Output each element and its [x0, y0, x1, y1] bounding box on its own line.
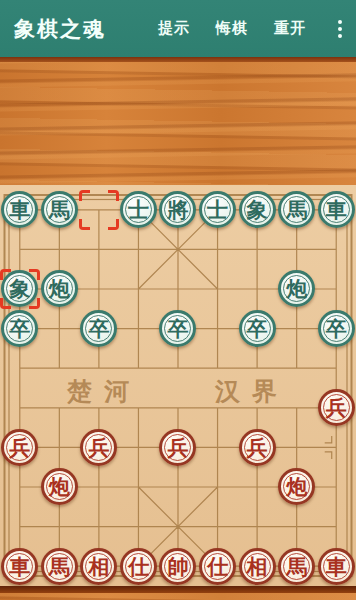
app-bar: 象棋之魂 提示 悔棋 重开: [0, 0, 356, 57]
point-d9[interactable]: 士: [119, 190, 159, 230]
point-f6[interactable]: [198, 309, 238, 349]
piece-black-elephant[interactable]: 象: [239, 191, 276, 228]
piece-glyph: 象: [247, 199, 268, 220]
point-a6[interactable]: 卒: [0, 309, 40, 349]
piece-glyph: 卒: [247, 318, 268, 339]
xiangqi-board[interactable]: 楚河 汉界 車馬士將士象馬車象炮炮卒卒卒卒卒兵兵兵兵兵炮炮車馬相仕帥仕相馬車 5…: [0, 185, 356, 586]
piece-glyph: 將: [167, 199, 188, 220]
app-title: 象棋之魂: [14, 15, 106, 43]
piece-glyph: 馬: [286, 199, 307, 220]
point-a3[interactable]: 兵: [0, 428, 40, 468]
point-b7[interactable]: 炮: [40, 269, 80, 309]
piece-red-horse[interactable]: 馬: [41, 548, 78, 585]
piece-red-elephant[interactable]: 相: [80, 548, 117, 585]
point-f4[interactable]: [198, 388, 238, 428]
point-h5[interactable]: [277, 348, 317, 388]
piece-red-elephant[interactable]: 相: [239, 548, 276, 585]
point-h7[interactable]: 炮: [277, 269, 317, 309]
point-g8[interactable]: [237, 230, 277, 270]
point-d5[interactable]: [119, 348, 159, 388]
piece-glyph: 仕: [207, 556, 228, 577]
pieces-layer: 車馬士將士象馬車象炮炮卒卒卒卒卒兵兵兵兵兵炮炮車馬相仕帥仕相馬車: [0, 190, 356, 586]
point-b8[interactable]: [40, 230, 80, 270]
piece-red-rook[interactable]: 車: [318, 548, 355, 585]
point-i5[interactable]: [316, 348, 356, 388]
point-b3[interactable]: [40, 428, 80, 468]
piece-glyph: 車: [326, 199, 347, 220]
point-b9[interactable]: 馬: [40, 190, 80, 230]
point-a4[interactable]: [0, 388, 40, 428]
piece-black-soldier[interactable]: 卒: [1, 310, 38, 347]
piece-glyph: 象: [9, 278, 30, 299]
point-c5[interactable]: [79, 348, 119, 388]
app-bar-actions: 提示 悔棋 重开: [158, 16, 348, 42]
point-i9[interactable]: 車: [316, 190, 356, 230]
overflow-menu-icon[interactable]: [332, 16, 348, 42]
piece-glyph: 卒: [167, 318, 188, 339]
point-c3[interactable]: 兵: [79, 428, 119, 468]
piece-red-advisor[interactable]: 仕: [120, 548, 157, 585]
point-g4[interactable]: [237, 388, 277, 428]
hint-button[interactable]: 提示: [158, 19, 190, 38]
point-c4[interactable]: [79, 388, 119, 428]
piece-glyph: 卒: [88, 318, 109, 339]
piece-red-soldier[interactable]: 兵: [1, 429, 38, 466]
point-i1[interactable]: [316, 507, 356, 547]
piece-red-soldier[interactable]: 兵: [239, 429, 276, 466]
piece-glyph: 馬: [49, 199, 70, 220]
piece-black-horse[interactable]: 馬: [41, 191, 78, 228]
piece-glyph: 卒: [9, 318, 30, 339]
piece-glyph: 炮: [49, 476, 70, 497]
piece-red-rook[interactable]: 車: [1, 548, 38, 585]
piece-red-horse[interactable]: 馬: [278, 548, 315, 585]
piece-glyph: 炮: [286, 278, 307, 299]
piece-glyph: 兵: [247, 437, 268, 458]
point-e5[interactable]: [158, 348, 198, 388]
point-b0[interactable]: 馬: [40, 546, 80, 586]
piece-red-general[interactable]: 帥: [159, 548, 196, 585]
point-h1[interactable]: [277, 507, 317, 547]
point-a0[interactable]: 車: [0, 546, 40, 586]
point-c7[interactable]: [79, 269, 119, 309]
point-h4[interactable]: [277, 388, 317, 428]
piece-black-soldier[interactable]: 卒: [239, 310, 276, 347]
piece-glyph: 兵: [326, 397, 347, 418]
point-f5[interactable]: [198, 348, 238, 388]
piece-black-soldier[interactable]: 卒: [80, 310, 117, 347]
point-d4[interactable]: [119, 388, 159, 428]
point-c1[interactable]: [79, 507, 119, 547]
piece-red-soldier[interactable]: 兵: [80, 429, 117, 466]
point-a2[interactable]: [0, 467, 40, 507]
point-e3[interactable]: 兵: [158, 428, 198, 468]
piece-glyph: 炮: [286, 476, 307, 497]
piece-red-cannon[interactable]: 炮: [41, 468, 78, 505]
point-g9[interactable]: 象: [237, 190, 277, 230]
point-a7[interactable]: 象: [0, 269, 40, 309]
undo-button[interactable]: 悔棋: [216, 19, 248, 38]
piece-black-cannon[interactable]: 炮: [41, 270, 78, 307]
point-f0[interactable]: 仕: [198, 546, 238, 586]
point-b2[interactable]: 炮: [40, 467, 80, 507]
point-i6[interactable]: 卒: [316, 309, 356, 349]
piece-red-soldier[interactable]: 兵: [318, 389, 355, 426]
piece-glyph: 馬: [286, 556, 307, 577]
board-bottom-edge: [0, 586, 356, 593]
piece-glyph: 帥: [167, 556, 188, 577]
piece-black-cannon[interactable]: 炮: [278, 270, 315, 307]
piece-glyph: 車: [9, 556, 30, 577]
point-e1[interactable]: [158, 507, 198, 547]
point-a9[interactable]: 車: [0, 190, 40, 230]
point-c0[interactable]: 相: [79, 546, 119, 586]
piece-glyph: 馬: [49, 556, 70, 577]
piece-black-rook[interactable]: 車: [1, 191, 38, 228]
piece-glyph: 兵: [167, 437, 188, 458]
piece-glyph: 相: [247, 556, 268, 577]
piece-black-advisor[interactable]: 士: [199, 191, 236, 228]
piece-black-soldier[interactable]: 卒: [159, 310, 196, 347]
point-a8[interactable]: [0, 230, 40, 270]
point-g5[interactable]: [237, 348, 277, 388]
point-d6[interactable]: [119, 309, 159, 349]
point-f9[interactable]: 士: [198, 190, 238, 230]
piece-glyph: 卒: [326, 318, 347, 339]
point-d8[interactable]: [119, 230, 159, 270]
point-i4[interactable]: 兵: [316, 388, 356, 428]
point-e9[interactable]: 將: [158, 190, 198, 230]
point-b6[interactable]: [40, 309, 80, 349]
point-e6[interactable]: 卒: [158, 309, 198, 349]
piece-black-horse[interactable]: 馬: [278, 191, 315, 228]
point-h2[interactable]: 炮: [277, 467, 317, 507]
piece-glyph: 士: [207, 199, 228, 220]
point-g3[interactable]: 兵: [237, 428, 277, 468]
piece-glyph: 仕: [128, 556, 149, 577]
point-f2[interactable]: [198, 467, 238, 507]
point-g6[interactable]: 卒: [237, 309, 277, 349]
piece-glyph: 相: [88, 556, 109, 577]
piece-black-soldier[interactable]: 卒: [318, 310, 355, 347]
point-g0[interactable]: 相: [237, 546, 277, 586]
point-f3[interactable]: [198, 428, 238, 468]
point-h0[interactable]: 馬: [277, 546, 317, 586]
point-d7[interactable]: [119, 269, 159, 309]
point-c2[interactable]: [79, 467, 119, 507]
point-f8[interactable]: [198, 230, 238, 270]
point-c9[interactable]: [79, 190, 119, 230]
point-d0[interactable]: 仕: [119, 546, 159, 586]
piece-red-cannon[interactable]: 炮: [278, 468, 315, 505]
piece-black-elephant[interactable]: 象: [1, 270, 38, 307]
point-a1[interactable]: [0, 507, 40, 547]
point-b5[interactable]: [40, 348, 80, 388]
restart-button[interactable]: 重开: [274, 19, 306, 38]
point-f7[interactable]: [198, 269, 238, 309]
point-e8[interactable]: [158, 230, 198, 270]
piece-glyph: 兵: [88, 437, 109, 458]
piece-glyph: 兵: [9, 437, 30, 458]
point-g1[interactable]: [237, 507, 277, 547]
point-h9[interactable]: 馬: [277, 190, 317, 230]
point-f1[interactable]: [198, 507, 238, 547]
point-a5[interactable]: [0, 348, 40, 388]
piece-glyph: 士: [128, 199, 149, 220]
point-e0[interactable]: 帥: [158, 546, 198, 586]
point-i0[interactable]: 車: [316, 546, 356, 586]
point-b4[interactable]: [40, 388, 80, 428]
point-b1[interactable]: [40, 507, 80, 547]
point-c6[interactable]: 卒: [79, 309, 119, 349]
point-i8[interactable]: [316, 230, 356, 270]
point-e7[interactable]: [158, 269, 198, 309]
point-g7[interactable]: [237, 269, 277, 309]
point-g2[interactable]: [237, 467, 277, 507]
piece-black-advisor[interactable]: 士: [120, 191, 157, 228]
piece-red-soldier[interactable]: 兵: [159, 429, 196, 466]
point-d2[interactable]: [119, 467, 159, 507]
point-i2[interactable]: [316, 467, 356, 507]
piece-glyph: 車: [326, 556, 347, 577]
point-h6[interactable]: [277, 309, 317, 349]
point-e4[interactable]: [158, 388, 198, 428]
piece-black-rook[interactable]: 車: [318, 191, 355, 228]
piece-red-advisor[interactable]: 仕: [199, 548, 236, 585]
piece-glyph: 炮: [49, 278, 70, 299]
point-c8[interactable]: [79, 230, 119, 270]
point-h8[interactable]: [277, 230, 317, 270]
point-i3[interactable]: [316, 428, 356, 468]
piece-black-general[interactable]: 將: [159, 191, 196, 228]
point-d1[interactable]: [119, 507, 159, 547]
point-d3[interactable]: [119, 428, 159, 468]
point-i7[interactable]: [316, 269, 356, 309]
header-divider: [0, 57, 356, 62]
point-h3[interactable]: [277, 428, 317, 468]
piece-glyph: 車: [9, 199, 30, 220]
point-e2[interactable]: [158, 467, 198, 507]
